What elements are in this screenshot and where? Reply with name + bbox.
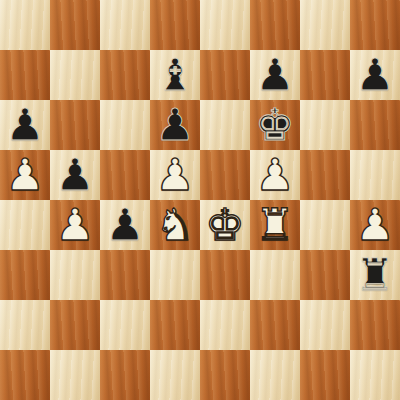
square-g7[interactable] bbox=[300, 50, 350, 100]
black-rook-h3[interactable]: ♜ bbox=[355, 250, 394, 300]
square-h5[interactable] bbox=[350, 150, 400, 200]
square-e4[interactable]: ♚ bbox=[200, 200, 250, 250]
square-e8[interactable] bbox=[200, 0, 250, 50]
square-c3[interactable] bbox=[100, 250, 150, 300]
square-f8[interactable] bbox=[250, 0, 300, 50]
square-g3[interactable] bbox=[300, 250, 350, 300]
square-d2[interactable] bbox=[150, 300, 200, 350]
square-c6[interactable] bbox=[100, 100, 150, 150]
white-rook-f4[interactable]: ♜ bbox=[255, 200, 294, 250]
square-h6[interactable] bbox=[350, 100, 400, 150]
black-pawn-d6[interactable]: ♟ bbox=[155, 100, 194, 150]
square-f7[interactable]: ♟ bbox=[250, 50, 300, 100]
square-b2[interactable] bbox=[50, 300, 100, 350]
square-e5[interactable] bbox=[200, 150, 250, 200]
square-e3[interactable] bbox=[200, 250, 250, 300]
square-e1[interactable] bbox=[200, 350, 250, 400]
square-b5[interactable]: ♟ bbox=[50, 150, 100, 200]
square-b8[interactable] bbox=[50, 0, 100, 50]
square-f6[interactable]: ♚ bbox=[250, 100, 300, 150]
square-a1[interactable] bbox=[0, 350, 50, 400]
square-g4[interactable] bbox=[300, 200, 350, 250]
square-b7[interactable] bbox=[50, 50, 100, 100]
square-d6[interactable]: ♟ bbox=[150, 100, 200, 150]
square-f1[interactable] bbox=[250, 350, 300, 400]
white-king-e4[interactable]: ♚ bbox=[205, 200, 244, 250]
square-f5[interactable]: ♟ bbox=[250, 150, 300, 200]
square-a7[interactable] bbox=[0, 50, 50, 100]
square-b6[interactable] bbox=[50, 100, 100, 150]
square-b3[interactable] bbox=[50, 250, 100, 300]
square-g8[interactable] bbox=[300, 0, 350, 50]
square-g6[interactable] bbox=[300, 100, 350, 150]
square-d1[interactable] bbox=[150, 350, 200, 400]
square-a2[interactable] bbox=[0, 300, 50, 350]
square-d8[interactable] bbox=[150, 0, 200, 50]
white-pawn-a5[interactable]: ♟ bbox=[5, 150, 44, 200]
square-b4[interactable]: ♟ bbox=[50, 200, 100, 250]
square-b1[interactable] bbox=[50, 350, 100, 400]
square-a3[interactable] bbox=[0, 250, 50, 300]
square-d4[interactable]: ♞ bbox=[150, 200, 200, 250]
black-pawn-f7[interactable]: ♟ bbox=[255, 50, 294, 100]
square-a8[interactable] bbox=[0, 0, 50, 50]
white-pawn-d5[interactable]: ♟ bbox=[155, 150, 194, 200]
black-pawn-a6[interactable]: ♟ bbox=[5, 100, 44, 150]
square-f3[interactable] bbox=[250, 250, 300, 300]
white-knight-d4[interactable]: ♞ bbox=[155, 200, 194, 250]
white-pawn-b4[interactable]: ♟ bbox=[55, 200, 94, 250]
square-g2[interactable] bbox=[300, 300, 350, 350]
square-h3[interactable]: ♜ bbox=[350, 250, 400, 300]
square-c4[interactable]: ♟ bbox=[100, 200, 150, 250]
square-g1[interactable] bbox=[300, 350, 350, 400]
black-pawn-c4[interactable]: ♟ bbox=[105, 200, 144, 250]
black-pawn-h7[interactable]: ♟ bbox=[355, 50, 394, 100]
chess-board-area: ♝♟♟♟♟♚♟♟♟♟♟♟♞♚♜♟♜ bbox=[0, 0, 400, 400]
square-h8[interactable] bbox=[350, 0, 400, 50]
square-f4[interactable]: ♜ bbox=[250, 200, 300, 250]
square-e6[interactable] bbox=[200, 100, 250, 150]
black-pawn-b5[interactable]: ♟ bbox=[55, 150, 94, 200]
square-c2[interactable] bbox=[100, 300, 150, 350]
square-c7[interactable] bbox=[100, 50, 150, 100]
square-e2[interactable] bbox=[200, 300, 250, 350]
black-bishop-d7[interactable]: ♝ bbox=[155, 50, 194, 100]
square-d7[interactable]: ♝ bbox=[150, 50, 200, 100]
white-pawn-f5[interactable]: ♟ bbox=[255, 150, 294, 200]
square-f2[interactable] bbox=[250, 300, 300, 350]
square-h2[interactable] bbox=[350, 300, 400, 350]
square-e7[interactable] bbox=[200, 50, 250, 100]
square-g5[interactable] bbox=[300, 150, 350, 200]
square-h7[interactable]: ♟ bbox=[350, 50, 400, 100]
square-d3[interactable] bbox=[150, 250, 200, 300]
square-a6[interactable]: ♟ bbox=[0, 100, 50, 150]
square-c1[interactable] bbox=[100, 350, 150, 400]
black-king-f6[interactable]: ♚ bbox=[255, 100, 294, 150]
square-h4[interactable]: ♟ bbox=[350, 200, 400, 250]
square-d5[interactable]: ♟ bbox=[150, 150, 200, 200]
square-h1[interactable] bbox=[350, 350, 400, 400]
square-c8[interactable] bbox=[100, 0, 150, 50]
white-pawn-h4[interactable]: ♟ bbox=[355, 200, 394, 250]
chess-board: ♝♟♟♟♟♚♟♟♟♟♟♟♞♚♜♟♜ bbox=[0, 0, 400, 400]
square-a5[interactable]: ♟ bbox=[0, 150, 50, 200]
square-a4[interactable] bbox=[0, 200, 50, 250]
square-c5[interactable] bbox=[100, 150, 150, 200]
